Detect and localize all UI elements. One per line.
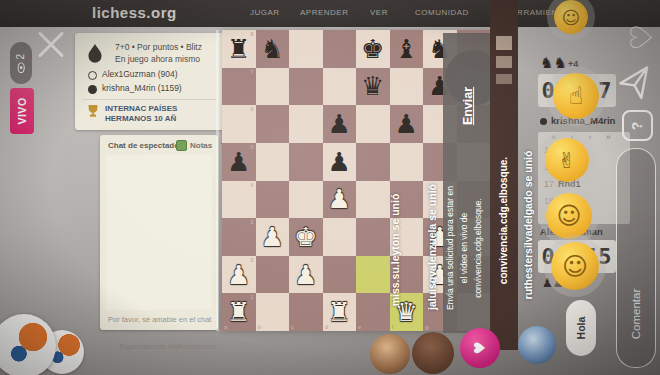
- square-a8[interactable]: 8♜: [222, 30, 256, 68]
- square-d3[interactable]: [323, 218, 357, 256]
- square-f7[interactable]: [390, 68, 424, 106]
- game-mode: 7+0 • Por puntos • Blitz: [115, 41, 202, 53]
- nav-aprender[interactable]: APRENDER: [300, 8, 348, 17]
- black-p-a5[interactable]: ♟: [222, 143, 256, 181]
- white-k-c3[interactable]: ♚: [289, 218, 323, 256]
- square-a1[interactable]: a1♜: [222, 293, 256, 331]
- coord-label: b: [258, 324, 262, 330]
- square-b1[interactable]: b: [256, 293, 290, 331]
- game-info-box: 7+0 • Por puntos • Blitz En juego ahora …: [75, 33, 225, 130]
- square-c8[interactable]: [289, 30, 323, 68]
- square-b6[interactable]: [256, 105, 290, 143]
- square-a3[interactable]: 3: [222, 218, 256, 256]
- square-d5[interactable]: ♟: [323, 143, 357, 181]
- square-a7[interactable]: 7: [222, 68, 256, 106]
- white-color-dot: [88, 71, 97, 80]
- live-hearts-button[interactable]: ♥: [460, 328, 500, 368]
- black-dot-icon: [540, 118, 547, 125]
- board-edge-line: [216, 30, 219, 331]
- live-request-box: Enviar Envía una solicitud para estar en…: [443, 33, 491, 333]
- square-b5[interactable]: [256, 143, 290, 181]
- laugh-emoji: ☺: [554, 0, 588, 34]
- square-b7[interactable]: [256, 68, 290, 106]
- square-a4[interactable]: 4: [222, 181, 256, 219]
- white-p-b3[interactable]: ♟: [256, 218, 290, 256]
- square-f6[interactable]: ♟: [390, 105, 424, 143]
- thumbs-up-emoji: ☝: [553, 73, 599, 119]
- coord-label: 7: [250, 69, 253, 75]
- site-logo[interactable]: lichess.org: [92, 4, 177, 21]
- black-q-e7[interactable]: ♛: [356, 68, 390, 106]
- screen-edge-strip: convivencia.cdg.elbosque.: [490, 0, 518, 350]
- square-b2[interactable]: [256, 256, 290, 294]
- square-e7[interactable]: ♛: [356, 68, 390, 106]
- like-heart-icon[interactable]: ♡: [624, 24, 659, 51]
- square-d2[interactable]: [323, 256, 357, 294]
- game-status: En juego ahora mismo: [115, 53, 200, 65]
- square-a6[interactable]: 6: [222, 105, 256, 143]
- viewer-avatar-1[interactable]: [370, 334, 410, 374]
- black-color-dot: [88, 85, 97, 94]
- comment-placeholder: Comentar: [617, 269, 655, 359]
- move-nav-buttons[interactable]: « ‹ › »: [538, 132, 630, 142]
- white-r-a1[interactable]: ♜: [222, 293, 256, 331]
- help-icon[interactable]: ?: [622, 110, 653, 141]
- quick-reply-hola[interactable]: Hola: [566, 300, 596, 356]
- square-a2[interactable]: 2♟: [222, 256, 256, 294]
- tournament-name[interactable]: INTERNAC PAÍSES HERMANOS 10 AÑ: [105, 104, 217, 124]
- live-badge: VIVO: [10, 88, 34, 134]
- strip-glyph-2: [496, 56, 512, 68]
- comment-input[interactable]: Comentar: [616, 148, 656, 368]
- square-f8[interactable]: ♝: [390, 30, 424, 68]
- send-button[interactable]: Enviar: [455, 75, 481, 137]
- chat-toggle-icon[interactable]: [176, 140, 187, 151]
- square-d6[interactable]: ♟: [323, 105, 357, 143]
- square-c3[interactable]: ♚: [289, 218, 323, 256]
- square-c4[interactable]: [289, 181, 323, 219]
- coord-label: 6: [250, 106, 253, 112]
- share-plane-icon[interactable]: [615, 55, 660, 102]
- white-player[interactable]: Alex1Guzman (904): [102, 68, 178, 81]
- square-d4[interactable]: ♟: [323, 181, 357, 219]
- coord-label: 4: [250, 182, 253, 188]
- flame-icon: [86, 43, 104, 67]
- square-c5[interactable]: [289, 143, 323, 181]
- square-c2[interactable]: ♟: [289, 256, 323, 294]
- material-advantage: +4: [568, 59, 578, 69]
- account-name: convivencia.cdg.elbosque.: [490, 95, 518, 345]
- nav-jugar[interactable]: JUGAR: [250, 8, 280, 17]
- nav-comunidad[interactable]: COMUNIDAD: [415, 8, 469, 17]
- spectators-label: Espectadores Maikolesteban: [120, 342, 216, 351]
- join-notification-1: miss.su.leyton se unió: [382, 165, 408, 335]
- square-b8[interactable]: ♞: [256, 30, 290, 68]
- white-p-c2[interactable]: ♟: [289, 256, 323, 294]
- black-r-a8[interactable]: ♜: [222, 30, 256, 68]
- viewer-count-badge: 2: [10, 42, 32, 84]
- captured-knights: ♞♞: [540, 54, 567, 72]
- square-e6[interactable]: [356, 105, 390, 143]
- white-p-a2[interactable]: ♟: [222, 256, 256, 294]
- join-notification-3: ruthestersilvadelgado se unió: [517, 112, 539, 338]
- heart-eyes-emoji: ☺: [546, 193, 592, 239]
- hand-emoji: ✌: [545, 138, 589, 182]
- coord-label: e: [358, 324, 361, 330]
- white-p-d4[interactable]: ♟: [323, 181, 357, 219]
- square-c6[interactable]: [289, 105, 323, 143]
- chat-messages[interactable]: [106, 155, 212, 310]
- chat-tab-notes[interactable]: Notas: [190, 141, 212, 150]
- strip-glyph-3: [496, 74, 512, 84]
- chat-notice: Por favor, sé amable en el chat: [108, 315, 211, 324]
- coord-label: c: [291, 324, 294, 330]
- black-n-b8[interactable]: ♞: [256, 30, 290, 68]
- strip-glyph-1: [496, 36, 512, 50]
- square-c1[interactable]: c: [289, 293, 323, 331]
- commenter-avatar[interactable]: [518, 326, 556, 364]
- black-p-d6[interactable]: ♟: [323, 105, 357, 143]
- black-p-f6[interactable]: ♟: [390, 105, 424, 143]
- nav-ver[interactable]: VER: [370, 8, 388, 17]
- laugh-emoji-2: ☺: [551, 242, 599, 290]
- black-b-f8[interactable]: ♝: [390, 30, 424, 68]
- square-b3[interactable]: ♟: [256, 218, 290, 256]
- chat-title: Chat de espectador: [108, 141, 182, 150]
- black-player[interactable]: krishna_M4rin (1159): [102, 82, 182, 95]
- black-p-d5[interactable]: ♟: [323, 143, 357, 181]
- white-r-d1[interactable]: ♜: [323, 293, 357, 331]
- square-e8[interactable]: ♚: [356, 30, 390, 68]
- viewer-avatar-2[interactable]: [412, 332, 454, 374]
- close-icon[interactable]: [34, 28, 68, 62]
- live-stream-screen: lichess.org JUGAR APRENDER VER COMUNIDAD…: [0, 0, 660, 375]
- spectator-chat: Chat de espectador Notas ☎ Por favor, sé…: [100, 135, 218, 330]
- black-k-e8[interactable]: ♚: [356, 30, 390, 68]
- square-a5[interactable]: 5♟: [222, 143, 256, 181]
- square-d7[interactable]: [323, 68, 357, 106]
- divider: [83, 99, 217, 100]
- square-b4[interactable]: [256, 181, 290, 219]
- square-c7[interactable]: [289, 68, 323, 106]
- streamer-avatar[interactable]: [0, 314, 56, 375]
- coord-label: 3: [250, 219, 253, 225]
- eye-icon: [18, 62, 26, 73]
- square-d8[interactable]: [323, 30, 357, 68]
- square-d1[interactable]: d♜: [323, 293, 357, 331]
- trophy-icon: [86, 104, 100, 118]
